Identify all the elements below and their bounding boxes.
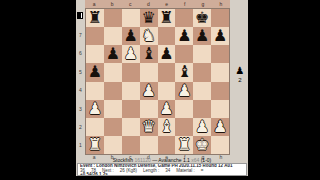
black-to-move-icon: [78, 13, 81, 18]
square-d8: ♛: [140, 9, 158, 27]
square-a2: [86, 118, 104, 136]
rank-label-6: 6: [76, 45, 85, 63]
square-e2: ♝: [158, 118, 176, 136]
square-d7: ♞: [140, 27, 158, 45]
square-f4: ♟: [175, 82, 193, 100]
side-to-move-indicator: [77, 12, 83, 19]
white-pawn-e3: ♟: [159, 101, 173, 117]
square-f6: [175, 45, 193, 63]
square-b4: [104, 82, 122, 100]
rank-label-1: 1: [76, 137, 85, 155]
black-bishop-f5: ♝: [177, 64, 191, 80]
rank-label-4: 4: [76, 82, 85, 100]
square-e5: [158, 63, 176, 81]
black-king-g8: ♚: [195, 10, 209, 26]
white-pawn-c6: ♟: [124, 46, 138, 62]
rank-label-2: 2: [76, 118, 85, 136]
white-knight-d7: ♞: [141, 28, 155, 44]
file-label-top-f: f: [176, 2, 194, 7]
square-f2: [175, 118, 193, 136]
black-rook-e8: ♜: [159, 10, 173, 26]
white-pawn-g2: ♟: [195, 119, 209, 135]
square-h7: ♟: [211, 27, 229, 45]
square-e4: [158, 82, 176, 100]
white-rook-f1: ♜: [177, 137, 191, 153]
white-bishop-e2: ♝: [159, 119, 173, 135]
square-g4: [193, 82, 211, 100]
material-indicator: ♟ 2: [233, 66, 247, 83]
black-pawn-b6: ♟: [106, 46, 120, 62]
square-b1: [104, 136, 122, 154]
square-d4: ♟: [140, 82, 158, 100]
file-label-top-a: a: [85, 2, 103, 7]
square-d6: ♝: [140, 45, 158, 63]
square-e1: [158, 136, 176, 154]
square-h1: [211, 136, 229, 154]
square-h3: [211, 100, 229, 118]
square-h6: [211, 45, 229, 63]
square-a6: [86, 45, 104, 63]
square-a1: ♜: [86, 136, 104, 154]
black-pawn-g7: ♟: [195, 28, 209, 44]
square-g2: ♟: [193, 118, 211, 136]
video-frame: abcdefgh 87654321 abcdefgh ♜♛♜♚♟♞♟♟♟♟♟♝♟…: [0, 0, 320, 180]
square-h4: [211, 82, 229, 100]
square-e3: ♟: [158, 100, 176, 118]
rank-label-7: 7: [76, 26, 85, 44]
event-text: London Nimzovich Defense, Game PH 2020.1…: [96, 163, 223, 168]
black-queen-d8: ♛: [141, 10, 155, 26]
rank-label-5: 5: [76, 63, 85, 81]
black-rook-a8: ♜: [88, 10, 102, 26]
eco-code: A01: [224, 163, 232, 168]
square-g5: [193, 63, 211, 81]
black-pawn-e6: ♟: [159, 46, 173, 62]
square-f3: [175, 100, 193, 118]
square-d3: [140, 100, 158, 118]
material-label: Material :: [176, 169, 195, 174]
square-c2: [122, 118, 140, 136]
square-a8: ♜: [86, 9, 104, 27]
file-label-top-h: h: [212, 2, 230, 7]
square-c7: ♟: [122, 27, 140, 45]
file-label-top-e: e: [158, 2, 176, 7]
square-a4: [86, 82, 104, 100]
square-a5: ♟: [86, 63, 104, 81]
white-pawn-f4: ♟: [177, 83, 191, 99]
file-label-top-d: d: [139, 2, 157, 7]
square-h8: [211, 9, 229, 27]
square-b8: [104, 9, 122, 27]
square-c4: [122, 82, 140, 100]
square-b5: [104, 63, 122, 81]
rank-label-3: 3: [76, 100, 85, 118]
white-pawn-h2: ♟: [213, 119, 227, 135]
square-c5: [122, 63, 140, 81]
file-label-top-b: b: [103, 2, 121, 7]
square-a3: ♟: [86, 100, 104, 118]
square-c1: [122, 136, 140, 154]
square-c3: [122, 100, 140, 118]
white-king-g1: ♚: [195, 137, 209, 153]
engine-eval-line: +0.54/26 1.2s: [80, 173, 244, 176]
white-rook-a1: ♜: [88, 137, 102, 153]
length-label: Length :: [143, 169, 159, 174]
square-h2: ♟: [211, 118, 229, 136]
black-pawn-c7: ♟: [124, 28, 138, 44]
square-g8: ♚: [193, 9, 211, 27]
square-g3: [193, 100, 211, 118]
file-label-top-g: g: [194, 2, 212, 7]
next-move: 26 (Kg8): [120, 169, 137, 174]
square-c6: ♟: [122, 45, 140, 63]
black-pawn-f7: ♟: [177, 28, 191, 44]
square-c8: [122, 9, 140, 27]
square-h5: [211, 63, 229, 81]
square-g6: [193, 45, 211, 63]
file-label-top-c: c: [121, 2, 139, 7]
info-panel: Event : London Nimzovich Defense, Game P…: [77, 163, 247, 176]
square-d1: [140, 136, 158, 154]
square-f5: ♝: [175, 63, 193, 81]
square-d5: [140, 63, 158, 81]
black-bishop-d6: ♝: [141, 46, 155, 62]
square-g1: ♚: [193, 136, 211, 154]
white-pawn-d4: ♟: [141, 83, 155, 99]
square-f8: [175, 9, 193, 27]
square-b6: ♟: [104, 45, 122, 63]
white-queen-d2: ♛: [141, 119, 155, 135]
square-e7: [158, 27, 176, 45]
file-labels-top: abcdefgh: [85, 1, 230, 8]
square-f7: ♟: [175, 27, 193, 45]
length-value: 34: [165, 169, 170, 174]
square-b2: [104, 118, 122, 136]
square-e6: ♟: [158, 45, 176, 63]
chess-board: ♜♛♜♚♟♞♟♟♟♟♟♝♟♟♝♟♟♟♟♛♝♟♟♜♜♚: [85, 8, 230, 155]
square-d2: ♛: [140, 118, 158, 136]
white-pawn-a3: ♟: [88, 101, 102, 117]
square-g7: ♟: [193, 27, 211, 45]
square-e8: ♜: [158, 9, 176, 27]
material-count: 2: [233, 77, 247, 83]
black-pawn-icon: ♟: [233, 66, 247, 76]
square-a7: [86, 27, 104, 45]
square-f1: ♜: [175, 136, 193, 154]
rank-labels-left: 87654321: [76, 8, 85, 155]
square-b3: [104, 100, 122, 118]
square-b7: [104, 27, 122, 45]
black-pawn-h7: ♟: [213, 28, 227, 44]
black-pawn-a5: ♟: [88, 64, 102, 80]
material-value: =: [201, 169, 204, 174]
